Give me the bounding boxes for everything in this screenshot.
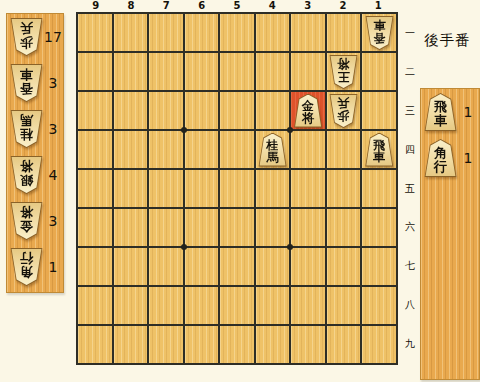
- piece-kanji: 角行: [425, 140, 456, 176]
- board-cell-1-5[interactable]: [362, 170, 396, 207]
- shogi-piece-sente-gold[interactable]: 金将: [294, 94, 323, 128]
- board-cell-5-3[interactable]: [220, 92, 254, 129]
- board-cell-6-9[interactable]: [185, 326, 219, 363]
- gote-hand-count-gold: 3: [43, 213, 63, 229]
- shogi-piece-gote-king[interactable]: 王将: [329, 55, 358, 89]
- board-cell-7-9[interactable]: [149, 326, 183, 363]
- board-cell-9-4[interactable]: [78, 131, 112, 168]
- piece-body: 銀将: [10, 156, 43, 194]
- gote-hand-count-pawn: 17: [43, 29, 63, 45]
- board-cell-6-4[interactable]: [185, 131, 219, 168]
- board-cell-1-3[interactable]: [362, 92, 396, 129]
- piece-kanji: 王将: [330, 56, 357, 88]
- file-label-4: 4: [255, 0, 290, 12]
- board-cell-9-3[interactable]: [78, 92, 112, 129]
- board-cell-5-4[interactable]: [220, 131, 254, 168]
- gote-hand-row-lance: 香車3: [7, 60, 63, 106]
- board-cell-6-1[interactable]: [185, 14, 219, 51]
- piece-kanji: 金将: [11, 203, 42, 239]
- sente-hand-row-bishop: 角行1: [421, 135, 479, 181]
- board-cell-5-7[interactable]: [220, 248, 254, 285]
- file-label-6: 6: [184, 0, 219, 12]
- piece-body: 角行: [10, 248, 43, 286]
- board-cell-7-2[interactable]: [149, 53, 183, 90]
- board-cell-5-8[interactable]: [220, 287, 254, 324]
- board-cell-4-2[interactable]: [256, 53, 290, 90]
- board-cell-4-1[interactable]: [256, 14, 290, 51]
- gote-hand-count-silver: 4: [43, 167, 63, 183]
- rank-label-2: 二: [403, 53, 417, 92]
- board-cell-7-7[interactable]: [149, 248, 183, 285]
- board-cell-3-7[interactable]: [291, 248, 325, 285]
- shogi-piece-gote-pawn[interactable]: 歩兵: [10, 18, 43, 56]
- gote-captured-pieces-panel: 歩兵17香車3桂馬3銀将4金将3角行1: [6, 13, 64, 293]
- board-cell-9-7[interactable]: [78, 248, 112, 285]
- piece-body: 王将: [329, 55, 358, 89]
- board-cell-8-2[interactable]: [114, 53, 148, 90]
- file-label-5: 5: [219, 0, 254, 12]
- piece-body: 歩兵: [329, 94, 358, 128]
- board-cell-8-4[interactable]: [114, 131, 148, 168]
- board-cell-9-6[interactable]: [78, 209, 112, 246]
- shogi-piece-sente-knight[interactable]: 桂馬: [258, 133, 287, 167]
- shogi-piece-gote-knight[interactable]: 桂馬: [10, 110, 43, 148]
- board-cell-4-5[interactable]: [256, 170, 290, 207]
- board-cell-2-5[interactable]: [327, 170, 361, 207]
- board-cell-3-4[interactable]: [291, 131, 325, 168]
- board-cell-2-4[interactable]: [327, 131, 361, 168]
- piece-kanji: 桂馬: [259, 134, 286, 166]
- piece-body: 歩兵: [10, 18, 43, 56]
- board-cell-7-8[interactable]: [149, 287, 183, 324]
- board-cell-1-2[interactable]: [362, 53, 396, 90]
- board-cell-8-9[interactable]: [114, 326, 148, 363]
- board-cell-2-1[interactable]: [327, 14, 361, 51]
- piece-body: 香車: [10, 64, 43, 102]
- shogi-board: 香車王将金将歩兵桂馬飛車: [76, 12, 398, 365]
- shogi-piece-sente-rook[interactable]: 飛車: [365, 133, 394, 167]
- board-cell-9-5[interactable]: [78, 170, 112, 207]
- board-cell-3-2[interactable]: [291, 53, 325, 90]
- piece-kanji: 飛車: [425, 94, 456, 130]
- board-cell-4-8[interactable]: [256, 287, 290, 324]
- piece-body: 飛車: [424, 93, 457, 131]
- rank-label-8: 八: [403, 285, 417, 324]
- board-cell-2-2[interactable]: 王将: [327, 53, 361, 90]
- board-cell-5-5[interactable]: [220, 170, 254, 207]
- piece-body: 桂馬: [10, 110, 43, 148]
- board-cell-7-5[interactable]: [149, 170, 183, 207]
- sente-hand-row-rook: 飛車1: [421, 89, 479, 135]
- piece-body: 桂馬: [258, 133, 287, 167]
- shogi-piece-gote-lance[interactable]: 香車: [10, 64, 43, 102]
- rank-label-4: 四: [403, 130, 417, 169]
- board-cell-2-9[interactable]: [327, 326, 361, 363]
- board-cell-9-8[interactable]: [78, 287, 112, 324]
- gote-hand-row-bishop: 角行1: [7, 244, 63, 290]
- piece-kanji: 銀将: [11, 157, 42, 193]
- file-label-2: 2: [325, 0, 360, 12]
- rank-label-9: 九: [403, 324, 417, 363]
- gote-hand-row-knight: 桂馬3: [7, 106, 63, 152]
- gote-hand-count-lance: 3: [43, 75, 63, 91]
- board-cell-1-4[interactable]: 飛車: [362, 131, 396, 168]
- rank-label-5: 五: [403, 169, 417, 208]
- gote-hand-row-silver: 銀将4: [7, 152, 63, 198]
- board-cell-7-4[interactable]: [149, 131, 183, 168]
- board-cell-2-6[interactable]: [327, 209, 361, 246]
- shogi-piece-sente-rook[interactable]: 飛車: [424, 93, 457, 131]
- piece-body: 香車: [365, 16, 394, 50]
- piece-kanji: 角行: [11, 249, 42, 285]
- piece-kanji: 香車: [366, 17, 393, 49]
- board-cell-3-5[interactable]: [291, 170, 325, 207]
- piece-kanji: 歩兵: [11, 19, 42, 55]
- board-cell-7-1[interactable]: [149, 14, 183, 51]
- board-cell-8-1[interactable]: [114, 14, 148, 51]
- board-cell-1-6[interactable]: [362, 209, 396, 246]
- piece-kanji: 桂馬: [11, 111, 42, 147]
- sente-captured-pieces-panel: 飛車1角行1: [420, 88, 480, 380]
- board-cell-8-5[interactable]: [114, 170, 148, 207]
- file-label-8: 8: [113, 0, 148, 12]
- board-cell-1-1[interactable]: 香車: [362, 14, 396, 51]
- board-cell-2-8[interactable]: [327, 287, 361, 324]
- piece-kanji: 金将: [295, 95, 322, 127]
- file-label-9: 9: [78, 0, 113, 12]
- shogi-piece-gote-bishop[interactable]: 角行: [10, 248, 43, 286]
- board-cell-1-8[interactable]: [362, 287, 396, 324]
- board-cell-4-9[interactable]: [256, 326, 290, 363]
- board-cell-6-3[interactable]: [185, 92, 219, 129]
- rank-labels: 一二三四五六七八九: [403, 14, 417, 363]
- gote-hand-count-bishop: 1: [43, 259, 63, 275]
- board-cell-4-6[interactable]: [256, 209, 290, 246]
- board-cell-9-9[interactable]: [78, 326, 112, 363]
- gote-hand-row-pawn: 歩兵17: [7, 14, 63, 60]
- board-cell-8-3[interactable]: [114, 92, 148, 129]
- file-label-1: 1: [361, 0, 396, 12]
- board-cell-9-1[interactable]: [78, 14, 112, 51]
- board-cell-4-3[interactable]: [256, 92, 290, 129]
- rank-label-3: 三: [403, 92, 417, 131]
- piece-body: 金将: [10, 202, 43, 240]
- board-cell-8-6[interactable]: [114, 209, 148, 246]
- board-cell-8-8[interactable]: [114, 287, 148, 324]
- gote-hand-count-knight: 3: [43, 121, 63, 137]
- board-cell-6-6[interactable]: [185, 209, 219, 246]
- piece-kanji: 飛車: [366, 134, 393, 166]
- board-cell-2-3[interactable]: 歩兵: [327, 92, 361, 129]
- turn-indicator: 後手番: [424, 31, 480, 50]
- board-cell-5-9[interactable]: [220, 326, 254, 363]
- board-cell-6-5[interactable]: [185, 170, 219, 207]
- shogi-piece-gote-lance[interactable]: 香車: [365, 16, 394, 50]
- gote-hand-row-gold: 金将3: [7, 198, 63, 244]
- board-cell-3-3[interactable]: 金将: [291, 92, 325, 129]
- shogi-piece-gote-pawn[interactable]: 歩兵: [329, 94, 358, 128]
- piece-kanji: 歩兵: [330, 95, 357, 127]
- board-cell-7-3[interactable]: [149, 92, 183, 129]
- piece-body: 金将: [294, 94, 323, 128]
- piece-body: 角行: [424, 139, 457, 177]
- board-cell-5-6[interactable]: [220, 209, 254, 246]
- board-cell-6-2[interactable]: [185, 53, 219, 90]
- board-cell-8-7[interactable]: [114, 248, 148, 285]
- shogi-piece-gote-silver[interactable]: 銀将: [10, 156, 43, 194]
- board-cell-1-7[interactable]: [362, 248, 396, 285]
- shogi-piece-sente-bishop[interactable]: 角行: [424, 139, 457, 177]
- rank-label-6: 六: [403, 208, 417, 247]
- board-cell-3-6[interactable]: [291, 209, 325, 246]
- board-cell-3-1[interactable]: [291, 14, 325, 51]
- board-cell-5-2[interactable]: [220, 53, 254, 90]
- rank-label-7: 七: [403, 247, 417, 286]
- sente-hand-count-bishop: 1: [457, 150, 479, 166]
- board-cell-3-8[interactable]: [291, 287, 325, 324]
- file-label-7: 7: [149, 0, 184, 12]
- board-cell-4-4[interactable]: 桂馬: [256, 131, 290, 168]
- board-cell-3-9[interactable]: [291, 326, 325, 363]
- board-cell-1-9[interactable]: [362, 326, 396, 363]
- board-cell-4-7[interactable]: [256, 248, 290, 285]
- piece-body: 飛車: [365, 133, 394, 167]
- board-cell-6-8[interactable]: [185, 287, 219, 324]
- board-cell-5-1[interactable]: [220, 14, 254, 51]
- shogi-piece-gote-gold[interactable]: 金将: [10, 202, 43, 240]
- board-cell-6-7[interactable]: [185, 248, 219, 285]
- sente-hand-count-rook: 1: [457, 104, 479, 120]
- file-labels: 987654321: [78, 0, 396, 12]
- board-cell-2-7[interactable]: [327, 248, 361, 285]
- rank-label-1: 一: [403, 14, 417, 53]
- board-cell-7-6[interactable]: [149, 209, 183, 246]
- piece-kanji: 香車: [11, 65, 42, 101]
- board-cell-9-2[interactable]: [78, 53, 112, 90]
- file-label-3: 3: [290, 0, 325, 12]
